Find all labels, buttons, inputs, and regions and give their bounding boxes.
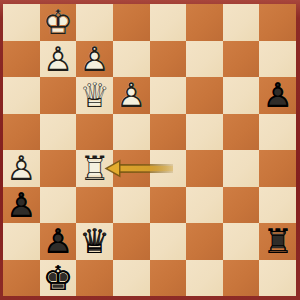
square-d7[interactable] <box>113 41 150 78</box>
square-a7[interactable] <box>3 41 40 78</box>
square-d1[interactable] <box>113 260 150 297</box>
square-f6[interactable] <box>186 77 223 114</box>
square-h1[interactable] <box>259 260 296 297</box>
square-g2[interactable] <box>223 223 260 260</box>
black-queen-c2[interactable]: ♛♕ <box>76 223 113 260</box>
square-g7[interactable] <box>223 41 260 78</box>
square-g4[interactable] <box>223 150 260 187</box>
square-h4[interactable] <box>259 150 296 187</box>
piece-outline-glyph: ♖ <box>259 223 296 260</box>
square-f5[interactable] <box>186 114 223 151</box>
piece-outline-glyph: ♕ <box>76 77 113 114</box>
square-c8[interactable] <box>76 4 113 41</box>
piece-outline-glyph: ♙ <box>40 41 77 78</box>
chess-board: ♚♔♟♙♟♙♛♕♟♙♟♙♟♙♜♖♟♙♟♙♛♕♜♖♚♔ <box>3 4 296 296</box>
piece-outline-glyph: ♙ <box>113 77 150 114</box>
square-e4[interactable] <box>150 150 187 187</box>
square-c3[interactable] <box>76 187 113 224</box>
black-pawn-b2[interactable]: ♟♙ <box>40 223 77 260</box>
white-rook-c4[interactable]: ♜♖ <box>76 150 113 187</box>
piece-outline-glyph: ♙ <box>40 223 77 260</box>
square-g6[interactable] <box>223 77 260 114</box>
square-h8[interactable] <box>259 4 296 41</box>
square-b5[interactable] <box>40 114 77 151</box>
black-pawn-a3[interactable]: ♟♙ <box>3 187 40 224</box>
square-f2[interactable] <box>186 223 223 260</box>
square-g5[interactable] <box>223 114 260 151</box>
square-f1[interactable] <box>186 260 223 297</box>
piece-outline-glyph: ♙ <box>76 41 113 78</box>
square-e3[interactable] <box>150 187 187 224</box>
white-pawn-a4[interactable]: ♟♙ <box>3 150 40 187</box>
piece-outline-glyph: ♕ <box>76 223 113 260</box>
square-c1[interactable] <box>76 260 113 297</box>
square-a5[interactable] <box>3 114 40 151</box>
piece-outline-glyph: ♙ <box>3 187 40 224</box>
square-d4[interactable] <box>113 150 150 187</box>
square-d3[interactable] <box>113 187 150 224</box>
black-pawn-h6[interactable]: ♟♙ <box>259 77 296 114</box>
square-f4[interactable] <box>186 150 223 187</box>
square-e7[interactable] <box>150 41 187 78</box>
white-queen-c6[interactable]: ♛♕ <box>76 77 113 114</box>
square-e6[interactable] <box>150 77 187 114</box>
piece-outline-glyph: ♖ <box>76 150 113 187</box>
square-d2[interactable] <box>113 223 150 260</box>
square-h7[interactable] <box>259 41 296 78</box>
square-e2[interactable] <box>150 223 187 260</box>
square-g8[interactable] <box>223 4 260 41</box>
square-a2[interactable] <box>3 223 40 260</box>
piece-outline-glyph: ♔ <box>40 260 77 297</box>
square-e1[interactable] <box>150 260 187 297</box>
square-e8[interactable] <box>150 4 187 41</box>
square-a1[interactable] <box>3 260 40 297</box>
square-b4[interactable] <box>40 150 77 187</box>
piece-outline-glyph: ♙ <box>259 77 296 114</box>
square-g3[interactable] <box>223 187 260 224</box>
square-a8[interactable] <box>3 4 40 41</box>
white-pawn-c7[interactable]: ♟♙ <box>76 41 113 78</box>
black-rook-h2[interactable]: ♜♖ <box>259 223 296 260</box>
square-f7[interactable] <box>186 41 223 78</box>
square-b6[interactable] <box>40 77 77 114</box>
square-g1[interactable] <box>223 260 260 297</box>
square-a6[interactable] <box>3 77 40 114</box>
board-frame: ♚♔♟♙♟♙♛♕♟♙♟♙♟♙♜♖♟♙♟♙♛♕♜♖♚♔ <box>0 0 300 300</box>
square-d8[interactable] <box>113 4 150 41</box>
square-f8[interactable] <box>186 4 223 41</box>
square-d5[interactable] <box>113 114 150 151</box>
square-e5[interactable] <box>150 114 187 151</box>
white-king-b8[interactable]: ♚♔ <box>40 4 77 41</box>
square-h3[interactable] <box>259 187 296 224</box>
piece-outline-glyph: ♙ <box>3 150 40 187</box>
square-c5[interactable] <box>76 114 113 151</box>
white-pawn-d6[interactable]: ♟♙ <box>113 77 150 114</box>
square-h5[interactable] <box>259 114 296 151</box>
square-b3[interactable] <box>40 187 77 224</box>
square-f3[interactable] <box>186 187 223 224</box>
white-pawn-b7[interactable]: ♟♙ <box>40 41 77 78</box>
black-king-b1[interactable]: ♚♔ <box>40 260 77 297</box>
piece-outline-glyph: ♔ <box>40 4 77 41</box>
